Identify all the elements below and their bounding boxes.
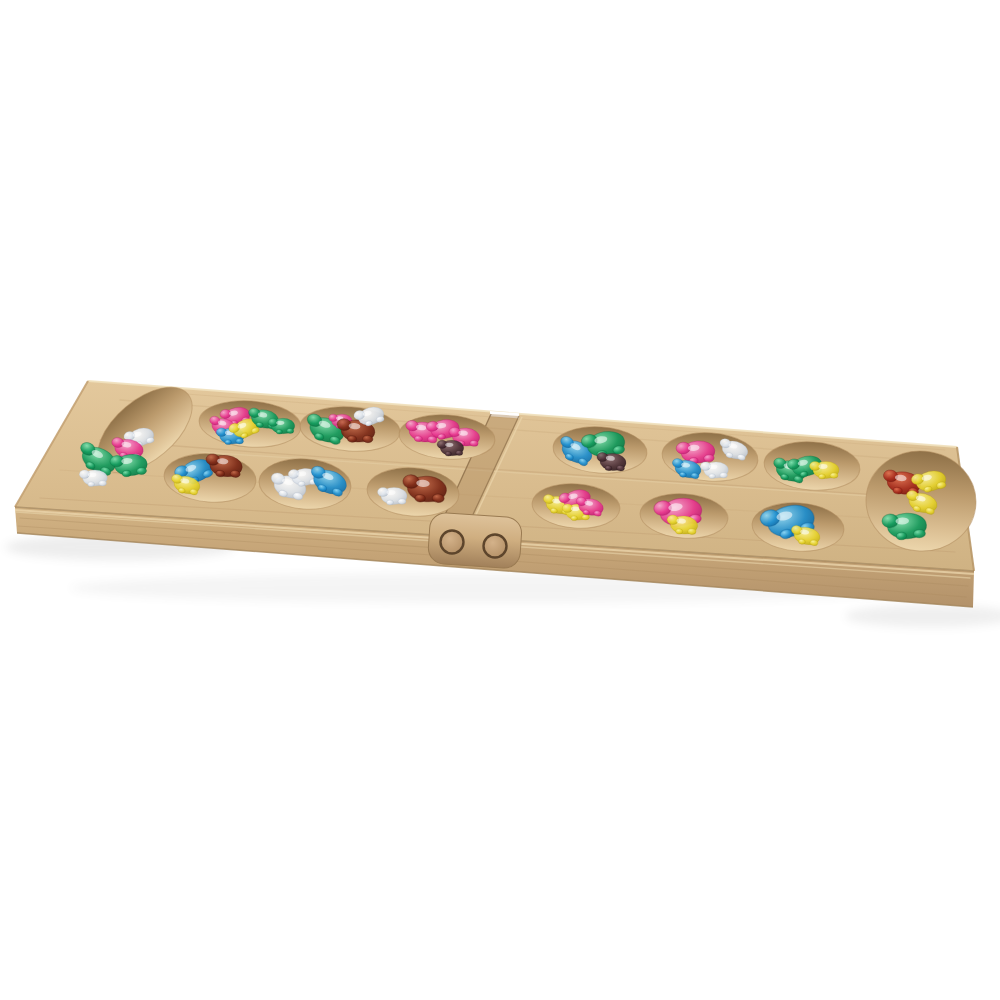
scene <box>0 0 1000 1000</box>
stone-limb <box>398 499 406 505</box>
stone-limb <box>582 515 590 520</box>
hinge <box>427 512 522 569</box>
stone-limb <box>830 473 838 479</box>
stone-limb <box>122 470 131 477</box>
stone-limb <box>347 435 357 442</box>
stone-highlight <box>709 464 718 469</box>
stone-limb <box>819 474 826 479</box>
stone-limb <box>571 516 578 521</box>
stone-highlight <box>88 472 97 477</box>
stone-limb <box>437 433 445 440</box>
stone-limb <box>88 482 95 487</box>
stone-highlight <box>387 490 396 495</box>
stone-limb <box>456 450 463 455</box>
stone-limb <box>896 532 907 540</box>
stone-limb <box>913 529 925 538</box>
shadow-right <box>845 605 1000 627</box>
stone-limb <box>709 474 716 479</box>
stone-limb <box>99 481 107 486</box>
stone-highlight <box>276 421 284 425</box>
stone-highlight <box>819 464 828 469</box>
stone-limb <box>415 494 426 502</box>
stone-limb <box>236 439 244 444</box>
stone-limb <box>225 440 232 445</box>
stone-limb <box>445 452 451 457</box>
stone-limb <box>387 500 394 505</box>
stone-limb <box>675 528 683 534</box>
stone-limb <box>276 430 282 435</box>
stone-limb <box>298 481 305 487</box>
stone-highlight <box>445 443 453 447</box>
stone-limb <box>605 465 612 471</box>
stone-limb <box>287 428 294 433</box>
stone-limb <box>720 473 728 478</box>
stone-limb <box>470 440 479 446</box>
stone-highlight <box>571 506 580 511</box>
hinge-pin-icon <box>441 531 464 554</box>
hinge-pin-icon <box>484 535 507 558</box>
mancala-board <box>0 0 1000 1000</box>
